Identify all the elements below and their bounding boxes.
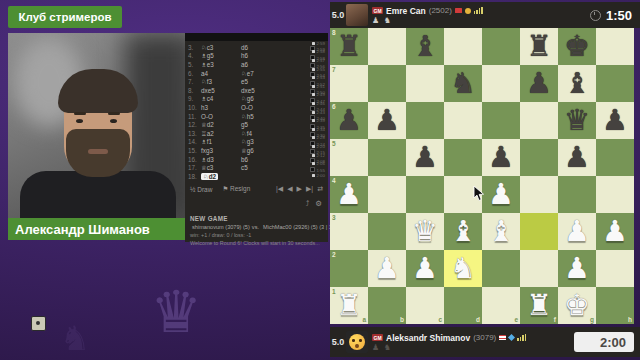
square-h2[interactable] (596, 250, 634, 287)
square-g7[interactable]: ♝ (558, 65, 596, 102)
square-h5[interactable] (596, 139, 634, 176)
move-row-6[interactable]: 6.a4♘e72:552:54 (185, 69, 328, 78)
move-number: 9. (188, 95, 201, 102)
streamer-eye (76, 119, 83, 123)
black-move[interactable]: a6 (241, 61, 287, 68)
move-number: 15. (188, 147, 201, 154)
top-player-rating: (2502) (429, 6, 452, 15)
game-controls-bar: ½ Draw ⚑ Resign |◀◀▶▶|⇄ (185, 182, 328, 196)
black-move[interactable]: ♘e7 (241, 70, 287, 77)
file-label-c: c (438, 316, 442, 323)
bg-chess-piece-silhouette: ♛ (150, 278, 202, 346)
mouse-cursor (473, 186, 485, 202)
move-row-10[interactable]: 10.h3O-O2:462:44 (185, 103, 328, 112)
black-move[interactable]: d6 (241, 44, 287, 51)
white-piece-g2[interactable]: ♟ (558, 249, 596, 287)
move-list[interactable]: 3.♘c3d62:592:594.♗g5h62:582:585.♗e3a62:5… (185, 43, 328, 181)
file-label-d: d (476, 316, 480, 323)
file-label-e: e (514, 316, 518, 323)
move-number: 6. (188, 70, 201, 77)
square-g1[interactable]: g♚ (558, 287, 596, 324)
bg-chess-piece-silhouette: ♞ (60, 318, 90, 358)
move-row-15[interactable]: 15.fxg3♕g62:202:15 (185, 146, 328, 155)
bottom-player-clock-text: 2:00 (600, 335, 626, 350)
move-row-12[interactable]: 12.♕d2g52:392:35 (185, 120, 328, 129)
black-move[interactable]: ♕g6 (241, 147, 287, 154)
black-move[interactable]: g5 (241, 121, 287, 128)
square-a6[interactable]: 6♟ (330, 102, 368, 139)
square-b4[interactable] (368, 176, 406, 213)
streamer-name-banner: Александр Шиманов (8, 218, 185, 240)
dice-icon (31, 316, 46, 331)
move-row-3[interactable]: 3.♘c3d62:592:59 (185, 43, 328, 52)
move-number: 12. (188, 121, 201, 128)
square-d7[interactable]: ♞ (444, 65, 482, 102)
us-flag-icon (499, 335, 506, 340)
black-piece-c8[interactable]: ♝ (406, 27, 444, 65)
square-d1[interactable]: d (444, 287, 482, 324)
file-label-b: b (400, 316, 404, 323)
square-b2[interactable]: ♟ (368, 250, 406, 287)
square-b7[interactable] (368, 65, 406, 102)
move-row-7[interactable]: 7.♘f3e52:532:52 (185, 77, 328, 86)
gm-title-badge: GM (372, 7, 383, 14)
move-row-4[interactable]: 4.♗g5h62:582:58 (185, 52, 328, 61)
black-piece-h6[interactable]: ♟ (596, 101, 634, 139)
square-e6[interactable] (482, 102, 520, 139)
square-e4[interactable]: ♟ (482, 176, 520, 213)
square-a4[interactable]: 4♟ (330, 176, 368, 213)
white-move[interactable]: ♗d3 (201, 156, 241, 163)
square-d2[interactable]: ♞ (444, 250, 482, 287)
square-c1[interactable]: c (406, 287, 444, 324)
black-move[interactable]: dxe5 (241, 87, 287, 94)
square-d5[interactable] (444, 139, 482, 176)
square-f1[interactable]: f♜ (520, 287, 558, 324)
white-piece-a1[interactable]: ♜ (330, 286, 368, 324)
white-piece-e3[interactable]: ♝ (482, 212, 520, 250)
square-h7[interactable] (596, 65, 634, 102)
connection-signal-icon (517, 334, 526, 341)
square-g5[interactable]: ♟ (558, 139, 596, 176)
move-row-13[interactable]: 13.♖a2♘f42:342:30 (185, 129, 328, 138)
move-row-5[interactable]: 5.♗e3a62:572:56 (185, 60, 328, 69)
white-move[interactable]: ♖a2 (201, 130, 241, 137)
bottom-player-avatar[interactable] (346, 331, 368, 353)
square-g4[interactable] (558, 176, 596, 213)
black-piece-a8[interactable]: ♜ (330, 27, 368, 65)
new-game-matchup: shimanovum (3079) (5) vs. MichMac00 (292… (190, 224, 323, 230)
new-game-welcome: Welcome to Round 6! Clocks will start in… (190, 240, 323, 246)
square-c8[interactable]: ♝ (406, 28, 444, 65)
streamer-webcam (8, 33, 185, 218)
square-c4[interactable] (406, 176, 444, 213)
move-nav-buttons[interactable]: |◀◀▶▶|⇄ (276, 185, 323, 193)
square-d6[interactable] (444, 102, 482, 139)
move-number: 17. (188, 164, 201, 171)
matchup-left: shimanovum (3079) (5) (192, 224, 250, 230)
white-move[interactable]: ♘d2 (201, 173, 241, 180)
white-move[interactable]: h3 (201, 104, 241, 111)
black-piece-a6[interactable]: ♟ (330, 101, 368, 139)
black-piece-g7[interactable]: ♝ (558, 64, 596, 102)
square-a2[interactable]: 2 (330, 250, 368, 287)
square-b5[interactable] (368, 139, 406, 176)
white-piece-e4[interactable]: ♟ (482, 175, 520, 213)
white-piece-a4[interactable]: ♟ (330, 175, 368, 213)
move-number: 10. (188, 104, 201, 111)
square-c3[interactable]: ♛ (406, 213, 444, 250)
square-g2[interactable]: ♟ (558, 250, 596, 287)
white-move[interactable]: ♕c3 (201, 164, 241, 171)
white-piece-g3[interactable]: ♟ (558, 212, 596, 250)
black-piece-g5[interactable]: ♟ (558, 138, 596, 176)
top-player-bar: 5.0 GM Emre Can (2502) ♟ ♞ 1:50 (330, 2, 640, 28)
white-piece-b2[interactable]: ♟ (368, 249, 406, 287)
white-move[interactable]: ♗f1 (201, 138, 241, 145)
square-a5[interactable]: 5 (330, 139, 368, 176)
black-piece-g6[interactable]: ♛ (558, 101, 596, 139)
rank-label-3: 3 (332, 214, 336, 221)
bottom-player-clock: 2:00 (574, 332, 634, 352)
rank-label-7: 7 (332, 66, 336, 73)
diamond-membership-icon (508, 334, 515, 341)
square-g3[interactable]: ♟ (558, 213, 596, 250)
square-c2[interactable]: ♟ (406, 250, 444, 287)
move-number: 14. (188, 138, 201, 145)
square-f5[interactable] (520, 139, 558, 176)
black-piece-f8[interactable]: ♜ (520, 27, 558, 65)
gm-title-badge: GM (372, 334, 383, 341)
square-h8[interactable] (596, 28, 634, 65)
square-a3[interactable]: 3 (330, 213, 368, 250)
black-move[interactable]: c5 (241, 164, 287, 171)
top-player-clock: 1:50 (606, 8, 632, 23)
square-h6[interactable]: ♟ (596, 102, 634, 139)
streamer-eyebrow (108, 112, 120, 115)
black-piece-f7[interactable]: ♟ (520, 64, 558, 102)
square-f2[interactable] (520, 250, 558, 287)
square-b6[interactable]: ♟ (368, 102, 406, 139)
move-number: 3. (188, 44, 201, 51)
white-move[interactable]: ♗g5 (201, 52, 241, 59)
square-b8[interactable] (368, 28, 406, 65)
square-d8[interactable] (444, 28, 482, 65)
square-d3[interactable]: ♝ (444, 213, 482, 250)
square-f8[interactable]: ♜ (520, 28, 558, 65)
panel-icons-row: ⤴ ⚙ (185, 199, 328, 208)
top-player-captured-pieces: ♟ ♞ (372, 17, 483, 25)
coin-badge-icon (465, 8, 471, 14)
rank-label-2: 2 (332, 251, 336, 258)
square-c6[interactable] (406, 102, 444, 139)
move-number: 16. (188, 156, 201, 163)
turkey-flag-icon (455, 8, 462, 13)
white-piece-c3[interactable]: ♛ (406, 212, 444, 250)
black-move[interactable]: e5 (241, 78, 287, 85)
move-number: 5. (188, 61, 201, 68)
streamer-shirt (20, 171, 176, 218)
top-player-avatar[interactable] (346, 4, 368, 26)
new-game-header: NEW GAME (190, 215, 323, 222)
white-move[interactable]: O-O (201, 113, 241, 120)
streamer-eyebrow (74, 112, 86, 115)
nav-button-2[interactable]: ▶ (297, 185, 302, 193)
square-e7[interactable] (482, 65, 520, 102)
top-player-match-score: 5.0 (330, 10, 346, 20)
black-piece-b6[interactable]: ♟ (368, 101, 406, 139)
white-move[interactable]: a4 (201, 70, 241, 77)
black-move[interactable]: b6 (241, 156, 287, 163)
square-h3[interactable]: ♟ (596, 213, 634, 250)
move-list-header-bar (185, 33, 328, 41)
move-number: 11. (188, 113, 201, 120)
streamer-mouth (88, 149, 108, 154)
black-move[interactable]: h6 (241, 52, 287, 59)
square-b3[interactable] (368, 213, 406, 250)
square-e2[interactable] (482, 250, 520, 287)
square-a7[interactable]: 7 (330, 65, 368, 102)
square-f6[interactable] (520, 102, 558, 139)
white-move[interactable]: ♗e3 (201, 61, 241, 68)
square-h4[interactable] (596, 176, 634, 213)
chess-board[interactable]: 8♜♝♜♚7♞♟♝6♟♟♛♟5♟♟♟4♟♟3♛♝♝♟♟2♟♟♞♟1a♜bcdef… (330, 28, 634, 324)
move-row-14[interactable]: 14.♗f1♘g32:282:24 (185, 138, 328, 147)
square-f4[interactable] (520, 176, 558, 213)
square-e5[interactable]: ♟ (482, 139, 520, 176)
bottom-player-match-score: 5.0 (330, 337, 346, 347)
black-move[interactable]: ♘h5 (241, 113, 287, 120)
nav-button-1[interactable]: ◀ (287, 185, 292, 193)
connection-signal-icon (474, 7, 483, 14)
square-a1[interactable]: 1a♜ (330, 287, 368, 324)
white-piece-c2[interactable]: ♟ (406, 249, 444, 287)
square-f3[interactable] (520, 213, 558, 250)
white-move[interactable]: ♘f3 (201, 78, 241, 85)
new-game-announcement: NEW GAME shimanovum (3079) (5) vs. MichM… (185, 215, 328, 248)
bottom-player-rating: (3079) (473, 333, 496, 342)
bottom-player-captured-pieces: ♟ ♞ (372, 344, 526, 352)
bottom-player-name[interactable]: Aleksandr Shimanov (386, 333, 470, 343)
white-piece-g1[interactable]: ♚ (558, 286, 596, 324)
black-move[interactable]: O-O (241, 104, 287, 111)
nav-button-0[interactable]: |◀ (276, 185, 283, 193)
move-list-panel: 3.♘c3d62:592:594.♗g5h62:582:585.♗e3a62:5… (185, 33, 328, 242)
move-clock-times: 2:00 (312, 174, 325, 178)
white-move[interactable]: fxg3 (201, 147, 241, 154)
new-game-stakes: win: +1 / draw: 0 / loss: -1 (190, 232, 323, 238)
move-row-18[interactable]: 18.♘d22:00 (185, 172, 328, 181)
square-e8[interactable] (482, 28, 520, 65)
streamer-eye (110, 119, 117, 123)
resign-button[interactable]: ⚑ Resign (222, 185, 250, 193)
black-move[interactable]: ♘f4 (241, 130, 287, 137)
move-row-9[interactable]: 9.♗c4♘g62:492:47 (185, 95, 328, 104)
square-g8[interactable]: ♚ (558, 28, 596, 65)
white-piece-d3[interactable]: ♝ (444, 212, 482, 250)
matchup-right: MichMac00 (2926) (5) (3 | 1) (263, 224, 334, 230)
square-h1[interactable]: h (596, 287, 634, 324)
square-f7[interactable]: ♟ (520, 65, 558, 102)
move-row-17[interactable]: 17.♕c3c52:061:55 (185, 163, 328, 172)
black-move[interactable]: ♘g3 (241, 138, 287, 145)
white-move[interactable]: ♗c4 (201, 95, 241, 102)
move-row-16[interactable]: 16.♗d3b62:122:08 (185, 155, 328, 164)
square-e1[interactable]: e (482, 287, 520, 324)
square-a8[interactable]: 8♜ (330, 28, 368, 65)
stream-club-banner-label: Клуб стримеров (18, 11, 111, 23)
move-row-8[interactable]: 8.dxe5dxe52:512:50 (185, 86, 328, 95)
black-piece-d7[interactable]: ♞ (444, 64, 482, 102)
black-piece-c5[interactable]: ♟ (406, 138, 444, 176)
bottom-player-bar: 5.0 GM Aleksandr Shimanov (3079) ♟ ♞ 2:0… (330, 327, 640, 357)
matchup-vs: vs. (252, 224, 259, 230)
square-e3[interactable]: ♝ (482, 213, 520, 250)
black-move[interactable]: ♘g6 (241, 95, 287, 102)
settings-gear-icon[interactable]: ⚙ (315, 199, 322, 208)
square-c5[interactable]: ♟ (406, 139, 444, 176)
share-icon[interactable]: ⤴ (306, 199, 310, 208)
emoji-face-icon (349, 334, 365, 350)
move-number: 7. (188, 78, 201, 85)
square-c7[interactable] (406, 65, 444, 102)
move-clock-times: 2:061:55 (310, 162, 325, 173)
stream-club-banner: Клуб стримеров (8, 6, 122, 28)
white-piece-h3[interactable]: ♟ (596, 212, 634, 250)
white-piece-d2[interactable]: ♞ (444, 249, 482, 287)
white-move[interactable]: dxe5 (201, 87, 241, 94)
white-move[interactable]: ♘c3 (201, 44, 241, 51)
move-number: 18. (188, 173, 201, 180)
draw-button[interactable]: ½ Draw (190, 186, 212, 193)
nav-button-3[interactable]: ▶| (306, 185, 313, 193)
move-number: 8. (188, 87, 201, 94)
white-piece-f1[interactable]: ♜ (520, 286, 558, 324)
file-label-h: h (628, 316, 632, 323)
streamer-name-label: Александр Шиманов (15, 222, 150, 237)
black-piece-e5[interactable]: ♟ (482, 138, 520, 176)
square-g6[interactable]: ♛ (558, 102, 596, 139)
rank-label-5: 5 (332, 140, 336, 147)
move-row-11[interactable]: 11.O-O♘h52:432:40 (185, 112, 328, 121)
black-piece-g8[interactable]: ♚ (558, 27, 596, 65)
top-player-name[interactable]: Emre Can (386, 6, 426, 16)
turn-clock-icon (590, 10, 601, 21)
move-number: 4. (188, 52, 201, 59)
square-b1[interactable]: b (368, 287, 406, 324)
white-move[interactable]: ♕d2 (201, 121, 241, 128)
move-number: 13. (188, 130, 201, 137)
nav-button-4[interactable]: ⇄ (317, 185, 323, 193)
